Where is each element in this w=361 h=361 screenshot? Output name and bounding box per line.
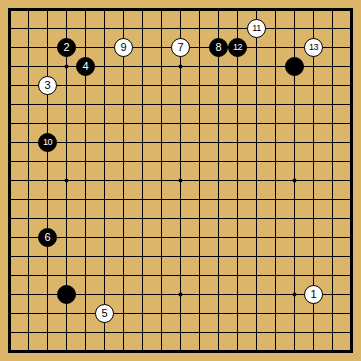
stone-black-4: 4 [76,57,95,76]
stone-white-1: 1 [304,285,323,304]
stone-white-7: 7 [171,38,190,57]
stone-white-3: 3 [38,76,57,95]
stone-black-6: 6 [38,228,57,247]
stone-black-12: 12 [228,38,247,57]
stone-black-unnumbered [57,285,76,304]
stone-black-unnumbered [285,57,304,76]
stone-black-8: 8 [209,38,228,57]
stone-white-9: 9 [114,38,133,57]
go-board[interactable]: 12345678910111213 [0,0,361,361]
stone-black-2: 2 [57,38,76,57]
stones-layer: 12345678910111213 [0,0,361,361]
stone-black-10: 10 [38,133,57,152]
stone-white-5: 5 [95,304,114,323]
stone-white-11: 11 [247,19,266,38]
stone-white-13: 13 [304,38,323,57]
